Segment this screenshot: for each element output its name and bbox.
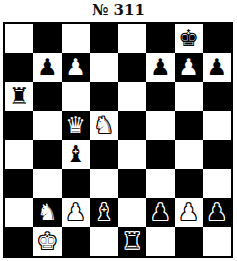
chess-board-grid: ♚♟♟♟♟♟♜♛♞♝♞♟♝♟♟♟♚♜ [5,24,231,256]
square-h6 [203,82,231,111]
piece-black-pawn-f7: ♟ [150,56,171,79]
piece-white-pawn-g2: ♟ [178,201,199,224]
square-f2: ♟ [146,198,174,227]
square-a7 [5,53,33,82]
square-d3 [90,169,118,198]
square-d5: ♞ [90,111,118,140]
piece-white-pawn-g7: ♟ [178,56,199,79]
square-g6 [175,82,203,111]
square-g8: ♚ [175,24,203,53]
piece-black-bishop-d2: ♝ [94,201,115,224]
square-c8 [62,24,90,53]
piece-black-bishop-c4: ♝ [65,143,86,166]
piece-black-pawn-f2: ♟ [150,201,171,224]
square-b2: ♞ [33,198,61,227]
square-f7: ♟ [146,53,174,82]
piece-black-pawn-b7: ♟ [37,56,58,79]
square-a2 [5,198,33,227]
square-g2: ♟ [175,198,203,227]
square-a4 [5,140,33,169]
square-e6 [118,82,146,111]
square-d1 [90,227,118,256]
square-h2: ♟ [203,198,231,227]
square-c3 [62,169,90,198]
square-e7 [118,53,146,82]
square-h3 [203,169,231,198]
square-c6 [62,82,90,111]
square-f5 [146,111,174,140]
square-f1 [146,227,174,256]
square-f6 [146,82,174,111]
square-d6 [90,82,118,111]
square-b5 [33,111,61,140]
square-e5 [118,111,146,140]
square-a3 [5,169,33,198]
square-b6 [33,82,61,111]
square-d2: ♝ [90,198,118,227]
square-g5 [175,111,203,140]
square-g3 [175,169,203,198]
square-e2 [118,198,146,227]
puzzle-page: № 311 ♚♟♟♟♟♟♜♛♞♝♞♟♝♟♟♟♚♜ [0,0,237,261]
square-c5: ♛ [62,111,90,140]
square-g4 [175,140,203,169]
square-b1: ♚ [33,227,61,256]
square-b8 [33,24,61,53]
square-h8 [203,24,231,53]
square-b3 [33,169,61,198]
square-h7: ♟ [203,53,231,82]
piece-black-pawn-h7: ♟ [207,56,228,79]
square-d8 [90,24,118,53]
square-f3 [146,169,174,198]
piece-black-rook-a6: ♜ [9,85,30,108]
square-h5 [203,111,231,140]
square-d4 [90,140,118,169]
square-e8 [118,24,146,53]
square-c4: ♝ [62,140,90,169]
square-e4 [118,140,146,169]
piece-black-king-g8: ♚ [178,27,199,50]
chess-board: ♚♟♟♟♟♟♜♛♞♝♞♟♝♟♟♟♚♜ [3,22,233,258]
piece-white-pawn-c7: ♟ [65,56,86,79]
square-f8 [146,24,174,53]
piece-black-rook-e1: ♜ [122,230,143,253]
square-b7: ♟ [33,53,61,82]
piece-white-pawn-c2: ♟ [65,201,86,224]
square-c1 [62,227,90,256]
puzzle-number-title: № 311 [0,0,237,21]
piece-white-queen-c5: ♛ [65,114,86,137]
square-a6: ♜ [5,82,33,111]
square-d7 [90,53,118,82]
piece-white-knight-d5: ♞ [94,114,115,137]
square-a5 [5,111,33,140]
square-f4 [146,140,174,169]
square-h4 [203,140,231,169]
square-b4 [33,140,61,169]
piece-white-king-b1: ♚ [37,230,58,253]
square-h1 [203,227,231,256]
square-g1 [175,227,203,256]
square-c2: ♟ [62,198,90,227]
piece-black-pawn-h2: ♟ [207,201,228,224]
square-a8 [5,24,33,53]
square-e1: ♜ [118,227,146,256]
square-g7: ♟ [175,53,203,82]
square-e3 [118,169,146,198]
square-a1 [5,227,33,256]
square-c7: ♟ [62,53,90,82]
piece-white-knight-b2: ♞ [37,201,58,224]
